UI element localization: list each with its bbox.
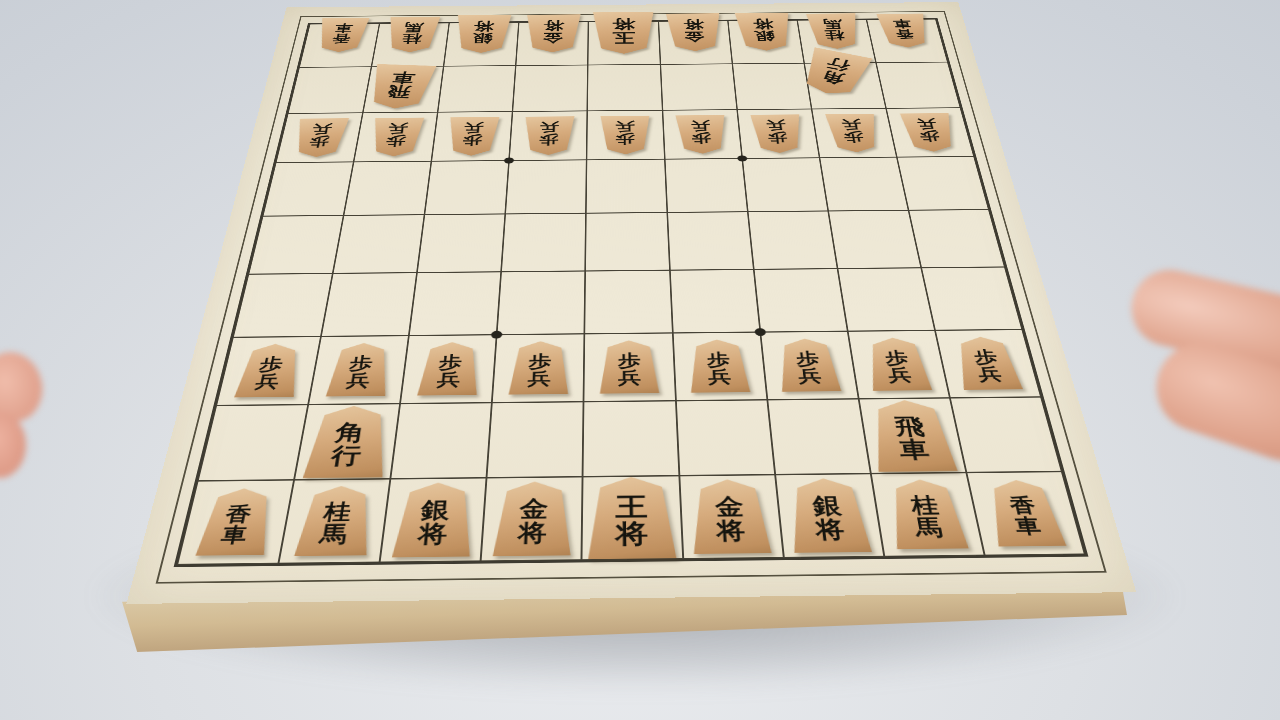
cell-r2c9	[876, 62, 960, 108]
piece-gote-knight: 桂馬	[381, 27, 440, 63]
photo-frame: 香車桂馬銀将金将玉将金将銀将桂馬香車飛車角行歩兵歩兵歩兵歩兵歩兵歩兵歩兵歩兵歩兵…	[0, 0, 1280, 720]
cell-r6c1	[233, 273, 333, 337]
gote-lance-tile: 香車	[313, 18, 370, 52]
sente-lance-tile: 香車	[194, 488, 278, 556]
gote-pawn-tile: 歩兵	[824, 114, 883, 153]
sente-gold-tile: 金将	[491, 481, 573, 556]
cell-r8c3	[391, 403, 493, 479]
piece-sente-pawn: 歩兵	[324, 343, 394, 397]
cell-r4c7	[742, 158, 828, 212]
hoshi-dot	[737, 155, 747, 161]
cell-r6c3	[409, 272, 501, 336]
cell-r5c8	[828, 210, 921, 268]
right-hand	[1092, 282, 1280, 492]
sente-pawn-tile: 歩兵	[951, 337, 1025, 391]
sente-pawn-tile: 歩兵	[416, 342, 482, 396]
piece-sente-lance: 香車	[982, 480, 1068, 547]
cell-r7c8: 歩兵	[847, 330, 949, 399]
cell-r1c3: 銀将	[444, 22, 519, 66]
cell-r4c3	[425, 161, 510, 215]
shogi-board: 香車桂馬銀将金将玉将金将銀将桂馬香車飛車角行歩兵歩兵歩兵歩兵歩兵歩兵歩兵歩兵歩兵…	[126, 2, 1136, 604]
piece-gote-rook: 飛車	[368, 67, 438, 111]
cell-r8c6	[676, 400, 775, 476]
sente-pawn-tile: 歩兵	[863, 337, 934, 391]
piece-gote-pawn: 歩兵	[749, 114, 806, 153]
sente-gold-tile: 金将	[689, 479, 774, 554]
cell-r5c3	[417, 214, 505, 273]
cell-r7c4: 歩兵	[492, 334, 585, 403]
cell-r5c2	[333, 215, 425, 274]
cell-r3c8: 歩兵	[811, 108, 896, 158]
cell-r7c6: 歩兵	[672, 332, 767, 401]
sente-knight-tile: 桂馬	[884, 479, 970, 549]
gote-rook-tile: 飛車	[363, 64, 438, 110]
cell-r5c6	[667, 212, 754, 270]
cell-r3c5: 歩兵	[587, 110, 665, 160]
cell-r8c5	[583, 401, 679, 477]
gote-pawn-tile: 歩兵	[599, 115, 651, 154]
piece-sente-rook: 飛車	[865, 400, 959, 472]
piece-sente-gold: 金将	[491, 481, 573, 556]
sente-bishop-tile: 角行	[301, 405, 394, 478]
board-surface: 香車桂馬銀将金将玉将金将銀将桂馬香車飛車角行歩兵歩兵歩兵歩兵歩兵歩兵歩兵歩兵歩兵…	[126, 2, 1136, 604]
sente-silver-tile: 銀将	[785, 478, 874, 553]
cell-r8c7	[767, 399, 871, 475]
cell-r3c6: 歩兵	[662, 109, 742, 159]
cell-r9c5: 王将	[582, 476, 683, 560]
piece-gote-gold: 金将	[665, 23, 725, 62]
cell-r8c1	[198, 405, 309, 481]
gote-silver-tile: 銀将	[452, 15, 512, 53]
piece-sente-knight: 桂馬	[884, 479, 970, 549]
piece-gote-pawn: 歩兵	[522, 116, 575, 155]
cell-r3c7: 歩兵	[737, 109, 820, 159]
cell-r2c8: 角行	[804, 63, 886, 109]
piece-gote-bishop: 角行	[809, 64, 881, 108]
gote-pawn-tile: 歩兵	[445, 117, 501, 156]
cell-r9c4: 金将	[481, 477, 583, 561]
cell-r3c4: 歩兵	[509, 111, 587, 161]
cell-r8c4	[487, 402, 584, 478]
piece-gote-pawn: 歩兵	[824, 114, 883, 153]
cell-r4c4	[505, 160, 586, 214]
sente-pawn-tile: 歩兵	[324, 343, 394, 397]
gote-pawn-tile: 歩兵	[522, 116, 575, 155]
cell-r5c9	[908, 210, 1004, 268]
cell-r6c5	[585, 270, 673, 333]
sente-king-tile: 王将	[586, 476, 678, 559]
piece-gote-gold: 金将	[523, 24, 582, 63]
cell-r9c1: 香車	[177, 480, 294, 565]
cell-r2c1	[288, 67, 372, 114]
sente-pawn-tile: 歩兵	[775, 338, 843, 392]
cell-r6c7	[753, 268, 847, 331]
piece-sente-pawn: 歩兵	[951, 337, 1025, 391]
cell-r7c9: 歩兵	[935, 329, 1041, 398]
sente-pawn-tile: 歩兵	[687, 339, 752, 393]
cell-r9c8: 桂馬	[871, 473, 985, 557]
piece-sente-pawn: 歩兵	[416, 342, 482, 396]
gote-knight-tile: 桂馬	[383, 17, 441, 53]
piece-sente-knight: 桂馬	[293, 486, 378, 557]
piece-sente-bishop: 角行	[301, 405, 394, 478]
piece-sente-lance: 香車	[194, 488, 278, 556]
sente-rook-tile: 飛車	[865, 400, 959, 472]
cell-r4c1	[263, 162, 354, 216]
cell-r4c9	[897, 157, 989, 211]
cell-r4c5	[586, 159, 667, 213]
cell-r6c4	[497, 271, 586, 335]
cell-r3c3: 歩兵	[431, 111, 512, 161]
piece-sente-pawn: 歩兵	[863, 337, 934, 391]
cell-r7c7: 歩兵	[760, 331, 859, 400]
piece-gote-pawn: 歩兵	[290, 118, 350, 157]
piece-sente-pawn: 歩兵	[687, 339, 752, 393]
cell-r8c8: 飛車	[859, 398, 967, 473]
piece-gote-pawn: 歩兵	[674, 115, 729, 154]
cell-r8c2: 角行	[294, 404, 400, 480]
sente-knight-tile: 桂馬	[293, 486, 378, 557]
cell-r1c5: 玉将	[588, 21, 660, 65]
sente-pawn-tile: 歩兵	[507, 341, 570, 395]
cell-r2c2: 飛車	[363, 66, 444, 112]
board-grid: 香車桂馬銀将金将玉将金将銀将桂馬香車飛車角行歩兵歩兵歩兵歩兵歩兵歩兵歩兵歩兵歩兵…	[174, 18, 1089, 567]
gote-pawn-tile: 歩兵	[899, 113, 960, 152]
cell-r4c2	[344, 161, 432, 215]
gote-lance-tile: 香車	[875, 14, 933, 48]
cell-r3c1: 歩兵	[276, 113, 363, 163]
piece-sente-pawn: 歩兵	[507, 341, 570, 395]
gote-king-tile: 玉将	[591, 12, 656, 54]
cell-r1c9: 香車	[866, 19, 947, 62]
hoshi-dot	[754, 328, 766, 336]
piece-gote-silver: 銀将	[735, 23, 797, 62]
cell-r3c2: 歩兵	[354, 112, 438, 162]
cell-r2c6	[660, 64, 737, 110]
cell-r7c1: 歩兵	[216, 336, 321, 406]
cell-r2c3	[438, 66, 516, 112]
cell-r9c7: 銀将	[775, 474, 884, 558]
piece-gote-king: 玉将	[591, 22, 657, 65]
piece-gote-pawn: 歩兵	[367, 117, 425, 156]
cell-r1c7: 銀将	[728, 20, 804, 64]
cell-r4c8	[819, 157, 908, 211]
cell-r3c9: 歩兵	[886, 108, 974, 158]
cell-r1c4: 金将	[516, 22, 589, 66]
sente-lance-tile: 香車	[982, 480, 1068, 547]
cell-r8c9	[950, 397, 1062, 472]
gote-pawn-tile: 歩兵	[749, 114, 806, 153]
cell-r5c4	[501, 213, 586, 271]
sente-pawn-tile: 歩兵	[599, 340, 661, 394]
cell-r5c1	[248, 215, 343, 274]
cell-r1c2: 桂馬	[372, 23, 450, 67]
cell-r5c5	[586, 213, 670, 271]
left-hand	[0, 352, 62, 512]
cell-r9c9: 香車	[966, 471, 1085, 555]
gote-silver-tile: 銀将	[734, 13, 795, 51]
piece-sente-silver: 銀将	[390, 482, 477, 557]
cell-r9c2: 桂馬	[279, 479, 391, 564]
cell-r6c9	[921, 267, 1022, 330]
piece-sente-pawn: 歩兵	[599, 340, 661, 394]
sente-pawn-tile: 歩兵	[233, 344, 306, 398]
cell-r2c4	[513, 65, 588, 111]
piece-gote-pawn: 歩兵	[445, 117, 501, 156]
cell-r6c6	[670, 269, 760, 332]
piece-gote-pawn: 歩兵	[899, 113, 960, 152]
gote-pawn-tile: 歩兵	[674, 115, 729, 154]
piece-gote-silver: 銀将	[451, 25, 512, 64]
piece-sente-silver: 銀将	[785, 478, 874, 553]
gote-pawn-tile: 歩兵	[367, 117, 425, 156]
cell-r2c7	[732, 63, 811, 109]
piece-sente-gold: 金将	[689, 479, 774, 554]
piece-sente-pawn: 歩兵	[233, 344, 306, 398]
cell-r5c7	[748, 211, 838, 269]
cell-r7c5: 歩兵	[584, 333, 676, 402]
gote-gold-tile: 金将	[665, 13, 724, 51]
cell-r6c8	[837, 268, 935, 331]
gote-gold-tile: 金将	[524, 14, 582, 52]
cell-r9c3: 銀将	[380, 478, 487, 563]
piece-sente-pawn: 歩兵	[775, 338, 843, 392]
piece-gote-pawn: 歩兵	[599, 115, 651, 154]
sente-silver-tile: 銀将	[390, 482, 477, 557]
left-fingertip	[0, 412, 26, 478]
piece-gote-lance: 香車	[878, 23, 936, 58]
cell-r9c6: 金将	[679, 475, 784, 559]
gote-pawn-tile: 歩兵	[290, 118, 350, 157]
gote-knight-tile: 桂馬	[805, 13, 864, 49]
cell-r4c6	[664, 159, 747, 213]
cell-r1c6: 金将	[658, 21, 732, 65]
cell-r2c5	[588, 64, 663, 110]
cell-r7c3: 歩兵	[400, 334, 497, 403]
cell-r6c2	[321, 273, 417, 337]
piece-sente-king: 王将	[586, 476, 678, 559]
cell-r7c2: 歩兵	[308, 335, 409, 404]
cell-r1c1: 香車	[299, 24, 379, 68]
piece-gote-lance: 香車	[311, 28, 369, 63]
